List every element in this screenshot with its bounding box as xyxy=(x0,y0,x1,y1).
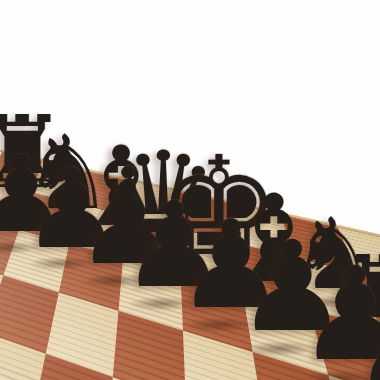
chess-product-photo: ♜♞♝♟♛♟♚♟♝♟♞♟♟♜♟♟ xyxy=(0,0,380,380)
board-grid xyxy=(0,152,380,380)
chess-board xyxy=(0,152,380,380)
